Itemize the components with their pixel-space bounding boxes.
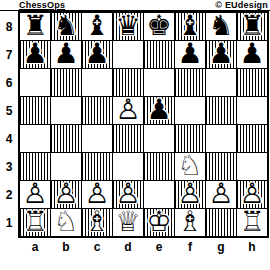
square-f3: ♞♘ (175, 153, 205, 180)
file-label-b: b (51, 240, 81, 254)
square-b4 (51, 125, 81, 152)
file-label-g: g (206, 240, 236, 254)
square-f6 (175, 69, 205, 96)
square-g8: ♞ (206, 13, 236, 40)
rank-labels: 87654321 (0, 11, 18, 238)
square-a2: ♟♙ (20, 181, 50, 208)
piece-white-bishop: ♝♗ (175, 209, 205, 236)
square-b2: ♟♙ (51, 181, 81, 208)
square-c8: ♝ (82, 13, 112, 40)
square-a5 (20, 97, 50, 124)
piece-white-pawn: ♟♙ (206, 181, 236, 208)
square-b3 (51, 153, 81, 180)
rank-label-7: 7 (0, 41, 18, 68)
piece-white-pawn: ♟♙ (51, 181, 81, 208)
square-b8: ♞ (51, 13, 81, 40)
square-e5: ♟ (144, 97, 174, 124)
square-f1: ♝♗ (175, 209, 205, 236)
file-label-f: f (175, 240, 205, 254)
piece-white-pawn: ♟♙ (20, 181, 50, 208)
square-c1: ♝♗ (82, 209, 112, 236)
square-e2 (144, 181, 174, 208)
square-f4 (175, 125, 205, 152)
square-f8: ♝ (175, 13, 205, 40)
piece-white-bishop: ♝♗ (82, 209, 112, 236)
square-c7: ♟ (82, 41, 112, 68)
square-e7 (144, 41, 174, 68)
piece-black-knight: ♞ (51, 13, 81, 40)
piece-white-rook: ♜♖ (20, 209, 50, 236)
piece-black-bishop: ♝ (82, 13, 112, 40)
piece-black-knight: ♞ (206, 13, 236, 40)
piece-white-knight: ♞♘ (175, 153, 205, 180)
piece-white-queen: ♛♕ (113, 209, 143, 236)
square-b7: ♟ (51, 41, 81, 68)
piece-white-knight: ♞♘ (51, 209, 81, 236)
rank-label-8: 8 (0, 13, 18, 40)
square-g6 (206, 69, 236, 96)
file-label-e: e (144, 240, 174, 254)
file-label-d: d (113, 240, 143, 254)
square-h4 (237, 125, 267, 152)
square-h8: ♜ (237, 13, 267, 40)
square-g5 (206, 97, 236, 124)
piece-black-bishop: ♝ (175, 13, 205, 40)
rank-label-2: 2 (0, 181, 18, 208)
square-b1: ♞♘ (51, 209, 81, 236)
piece-white-pawn: ♟♙ (113, 181, 143, 208)
rank-label-6: 6 (0, 69, 18, 96)
rank-label-4: 4 (0, 125, 18, 152)
file-label-h: h (237, 240, 267, 254)
square-f5 (175, 97, 205, 124)
square-g7: ♟ (206, 41, 236, 68)
square-d7 (113, 41, 143, 68)
square-d3 (113, 153, 143, 180)
piece-black-pawn: ♟ (175, 41, 205, 68)
square-g2: ♟♙ (206, 181, 236, 208)
square-g3 (206, 153, 236, 180)
square-a4 (20, 125, 50, 152)
square-d4 (113, 125, 143, 152)
square-h7: ♟ (237, 41, 267, 68)
piece-white-pawn: ♟♙ (82, 181, 112, 208)
file-labels: abcdefgh (20, 240, 267, 254)
square-a6 (20, 69, 50, 96)
piece-black-pawn: ♟ (206, 41, 236, 68)
square-h6 (237, 69, 267, 96)
rank-label-5: 5 (0, 97, 18, 124)
square-c5 (82, 97, 112, 124)
chess-board: ♜♞♝♛♚♝♞♜♟♟♟♟♟♟♟♙♟♞♘♟♙♟♙♟♙♟♙♟♙♟♙♟♙♜♖♞♘♝♗♛… (18, 11, 269, 238)
piece-white-pawn: ♟♙ (237, 181, 267, 208)
square-h2: ♟♙ (237, 181, 267, 208)
square-h3 (237, 153, 267, 180)
square-d8: ♛ (113, 13, 143, 40)
piece-black-rook: ♜ (20, 13, 50, 40)
chessops-diagram: ChessOps © EUdesign 87654321 ♜♞♝♛♚♝♞♜♟♟♟… (0, 0, 270, 270)
square-d6 (113, 69, 143, 96)
square-f2: ♟♙ (175, 181, 205, 208)
square-d1: ♛♕ (113, 209, 143, 236)
square-g4 (206, 125, 236, 152)
square-e6 (144, 69, 174, 96)
square-a1: ♜♖ (20, 209, 50, 236)
square-d2: ♟♙ (113, 181, 143, 208)
file-label-a: a (20, 240, 50, 254)
square-e3 (144, 153, 174, 180)
square-g1 (206, 209, 236, 236)
board-area: 87654321 ♜♞♝♛♚♝♞♜♟♟♟♟♟♟♟♙♟♞♘♟♙♟♙♟♙♟♙♟♙♟♙… (0, 11, 269, 238)
piece-black-pawn: ♟ (82, 41, 112, 68)
rank-label-3: 3 (0, 153, 18, 180)
square-b5 (51, 97, 81, 124)
square-c4 (82, 125, 112, 152)
square-h1: ♜♖ (237, 209, 267, 236)
square-a7: ♟ (20, 41, 50, 68)
piece-black-king: ♚ (144, 13, 174, 40)
piece-white-pawn: ♟♙ (113, 97, 143, 124)
piece-black-rook: ♜ (237, 13, 267, 40)
piece-black-pawn: ♟ (20, 41, 50, 68)
piece-black-queen: ♛ (113, 13, 143, 40)
square-c6 (82, 69, 112, 96)
square-e4 (144, 125, 174, 152)
piece-white-king: ♚♔ (144, 209, 174, 236)
square-a3 (20, 153, 50, 180)
square-f7: ♟ (175, 41, 205, 68)
square-b6 (51, 69, 81, 96)
piece-white-rook: ♜♖ (237, 209, 267, 236)
square-e1: ♚♔ (144, 209, 174, 236)
piece-black-pawn: ♟ (144, 97, 174, 124)
square-h5 (237, 97, 267, 124)
square-e8: ♚ (144, 13, 174, 40)
square-a8: ♜ (20, 13, 50, 40)
piece-white-pawn: ♟♙ (175, 181, 205, 208)
square-c2: ♟♙ (82, 181, 112, 208)
file-label-c: c (82, 240, 112, 254)
square-d5: ♟♙ (113, 97, 143, 124)
rank-label-1: 1 (0, 209, 18, 236)
square-c3 (82, 153, 112, 180)
piece-black-pawn: ♟ (51, 41, 81, 68)
piece-black-pawn: ♟ (237, 41, 267, 68)
